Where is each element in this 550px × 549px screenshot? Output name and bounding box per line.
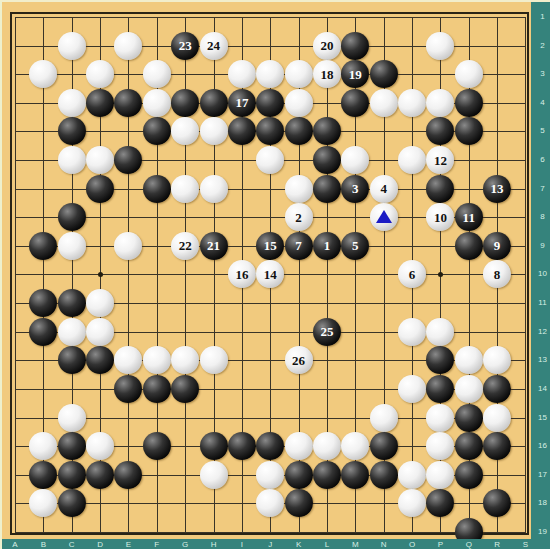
grid-line-v	[525, 17, 526, 533]
black-stone	[313, 461, 341, 489]
black-stone: 17	[228, 89, 256, 117]
move-number-label: 9	[494, 239, 501, 252]
white-stone	[398, 375, 426, 403]
white-stone	[370, 404, 398, 432]
black-stone	[341, 461, 369, 489]
black-stone	[313, 146, 341, 174]
black-stone	[143, 175, 171, 203]
white-stone	[455, 375, 483, 403]
column-label: S	[518, 540, 532, 549]
triangle-marker	[376, 210, 392, 223]
black-stone: 11	[455, 203, 483, 231]
move-number-label: 19	[349, 68, 362, 81]
black-stone: 1	[313, 232, 341, 260]
black-stone	[285, 461, 313, 489]
row-label: 8	[533, 212, 550, 222]
black-stone	[370, 461, 398, 489]
column-label: H	[207, 540, 221, 549]
row-label: 6	[533, 155, 550, 165]
black-stone	[341, 89, 369, 117]
white-stone: 4	[370, 175, 398, 203]
white-stone	[200, 117, 228, 145]
column-label: Q	[462, 540, 476, 549]
move-number-label: 10	[434, 211, 447, 224]
white-stone	[200, 461, 228, 489]
go-board[interactable]: 2324201819171234132101122211571591614682…	[2, 2, 533, 539]
white-stone	[398, 89, 426, 117]
black-stone	[455, 232, 483, 260]
white-stone	[426, 32, 454, 60]
white-stone	[426, 404, 454, 432]
black-stone	[455, 432, 483, 460]
move-number-label: 22	[179, 239, 192, 252]
move-number-label: 18	[320, 68, 333, 81]
black-stone	[29, 461, 57, 489]
black-stone	[58, 489, 86, 517]
black-stone	[228, 432, 256, 460]
black-stone	[285, 117, 313, 145]
white-stone	[398, 318, 426, 346]
move-number-label: 21	[207, 239, 220, 252]
move-number-label: 7	[295, 239, 302, 252]
black-stone	[455, 404, 483, 432]
black-stone	[483, 375, 511, 403]
column-label: P	[433, 540, 447, 549]
column-label: M	[348, 540, 362, 549]
column-label: L	[320, 540, 334, 549]
column-label: C	[65, 540, 79, 549]
black-stone	[200, 89, 228, 117]
black-stone	[58, 461, 86, 489]
move-number-label: 16	[235, 268, 248, 281]
move-number-label: 24	[207, 39, 220, 52]
move-number-label: 6	[409, 268, 416, 281]
white-stone	[200, 175, 228, 203]
black-stone	[86, 175, 114, 203]
white-stone: 22	[171, 232, 199, 260]
white-stone	[58, 32, 86, 60]
move-number-label: 13	[491, 182, 504, 195]
white-stone: 26	[285, 346, 313, 374]
white-stone	[398, 461, 426, 489]
grid-line-v	[15, 17, 16, 533]
white-stone	[426, 461, 454, 489]
row-label: 1	[533, 12, 550, 22]
black-stone	[58, 346, 86, 374]
row-label: 19	[533, 527, 550, 537]
black-stone	[455, 461, 483, 489]
column-label: R	[490, 540, 504, 549]
black-stone	[86, 89, 114, 117]
black-stone	[370, 432, 398, 460]
white-stone	[143, 60, 171, 88]
column-label: A	[8, 540, 22, 549]
column-label: J	[263, 540, 277, 549]
column-label: E	[121, 540, 135, 549]
black-stone	[58, 289, 86, 317]
column-label: I	[235, 540, 249, 549]
black-stone: 7	[285, 232, 313, 260]
white-stone	[398, 146, 426, 174]
black-stone	[29, 318, 57, 346]
white-stone	[114, 32, 142, 60]
white-stone	[58, 89, 86, 117]
black-stone	[58, 117, 86, 145]
row-label: 17	[533, 470, 550, 480]
column-label: K	[292, 540, 306, 549]
black-stone: 3	[341, 175, 369, 203]
black-stone	[58, 203, 86, 231]
black-stone	[455, 117, 483, 145]
black-stone: 13	[483, 175, 511, 203]
row-label: 14	[533, 384, 550, 394]
move-number-label: 26	[292, 354, 305, 367]
column-label: D	[93, 540, 107, 549]
row-label: 3	[533, 69, 550, 79]
white-stone	[171, 175, 199, 203]
white-stone	[256, 461, 284, 489]
move-number-label: 1	[324, 239, 331, 252]
black-stone	[341, 32, 369, 60]
move-number-label: 2	[295, 211, 302, 224]
white-stone	[143, 89, 171, 117]
move-number-label: 5	[352, 239, 359, 252]
white-stone	[86, 289, 114, 317]
white-stone	[143, 346, 171, 374]
black-stone	[171, 89, 199, 117]
white-stone: 2	[285, 203, 313, 231]
white-stone	[58, 232, 86, 260]
black-stone	[200, 432, 228, 460]
move-number-label: 11	[463, 211, 475, 224]
move-number-label: 23	[179, 39, 192, 52]
row-label: 16	[533, 441, 550, 451]
black-stone	[143, 375, 171, 403]
row-label: 12	[533, 327, 550, 337]
white-stone	[58, 146, 86, 174]
white-stone	[228, 60, 256, 88]
black-stone: 9	[483, 232, 511, 260]
column-label: B	[36, 540, 50, 549]
black-stone	[171, 375, 199, 403]
move-number-label: 20	[320, 39, 333, 52]
white-stone	[58, 318, 86, 346]
row-label: 13	[533, 355, 550, 365]
black-stone	[256, 89, 284, 117]
white-stone	[285, 60, 313, 88]
row-label: 18	[533, 498, 550, 508]
column-label: O	[405, 540, 419, 549]
white-stone	[313, 432, 341, 460]
white-stone: 18	[313, 60, 341, 88]
black-stone	[285, 489, 313, 517]
row-label: 4	[533, 98, 550, 108]
column-label: G	[178, 540, 192, 549]
white-stone	[200, 346, 228, 374]
move-number-label: 3	[352, 182, 359, 195]
black-stone: 25	[313, 318, 341, 346]
move-number-label: 15	[264, 239, 277, 252]
black-stone	[143, 432, 171, 460]
white-stone	[285, 175, 313, 203]
white-stone	[86, 318, 114, 346]
black-stone: 5	[341, 232, 369, 260]
white-stone	[455, 60, 483, 88]
column-label: F	[150, 540, 164, 549]
white-stone	[483, 404, 511, 432]
move-number-label: 17	[235, 96, 248, 109]
move-number-label: 4	[380, 182, 387, 195]
go-board-screenshot: 2324201819171234132101122211571591614682…	[0, 0, 550, 549]
white-stone	[86, 146, 114, 174]
move-number-label: 12	[434, 154, 447, 167]
black-stone	[114, 461, 142, 489]
row-label: 5	[533, 126, 550, 136]
move-number-label: 8	[494, 268, 501, 281]
row-label: 15	[533, 413, 550, 423]
white-stone	[285, 432, 313, 460]
white-stone	[426, 318, 454, 346]
black-stone	[455, 89, 483, 117]
white-stone	[370, 89, 398, 117]
row-label: 11	[533, 298, 550, 308]
black-stone: 23	[171, 32, 199, 60]
white-stone	[370, 203, 398, 231]
black-stone: 21	[200, 232, 228, 260]
row-label: 2	[533, 41, 550, 51]
column-label: N	[377, 540, 391, 549]
black-stone	[86, 461, 114, 489]
move-number-label: 25	[320, 325, 333, 338]
white-stone	[455, 346, 483, 374]
black-stone	[313, 175, 341, 203]
white-stone	[58, 404, 86, 432]
white-stone: 20	[313, 32, 341, 60]
row-label: 10	[533, 269, 550, 279]
black-stone	[370, 60, 398, 88]
black-stone: 15	[256, 232, 284, 260]
white-stone: 24	[200, 32, 228, 60]
row-label: 9	[533, 241, 550, 251]
black-stone	[58, 432, 86, 460]
row-label: 7	[533, 184, 550, 194]
white-stone	[285, 89, 313, 117]
move-number-label: 14	[264, 268, 277, 281]
black-stone	[426, 175, 454, 203]
